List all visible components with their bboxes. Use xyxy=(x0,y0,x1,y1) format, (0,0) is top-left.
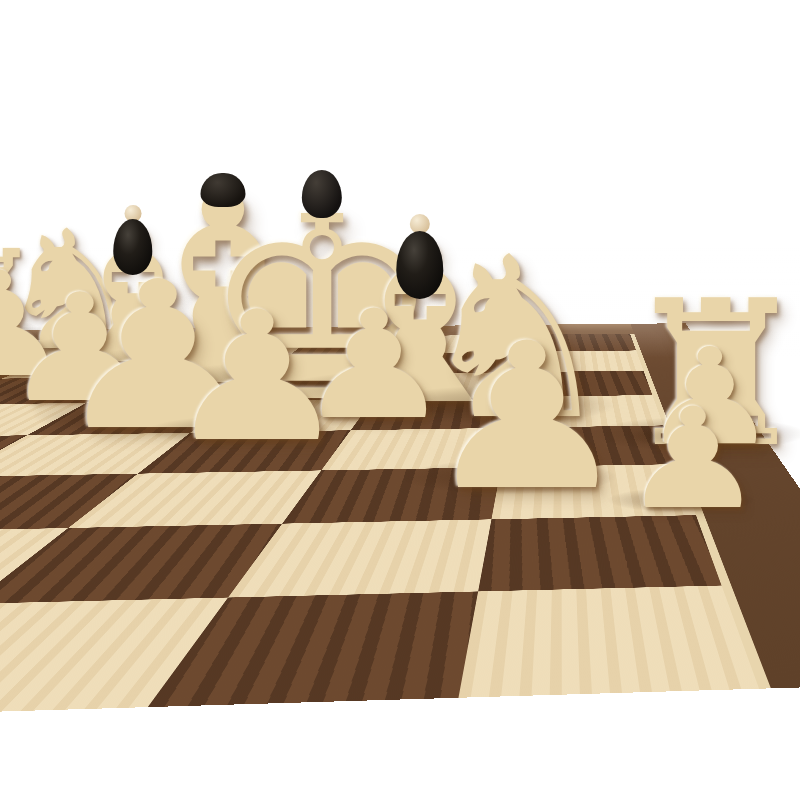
chess-set-photo: ♜♞♝♟♝♚♟♝♞♟♟♟♜♟♟♟ xyxy=(0,0,800,800)
pawn-glyph: ♟ xyxy=(621,390,766,529)
black-cap-finial xyxy=(200,173,245,207)
pawn-glyph: ♟ xyxy=(164,288,350,467)
pieces-layer: ♜♞♝♟♝♚♟♝♞♟♟♟♜♟♟♟ xyxy=(0,0,800,800)
pawn-glyph: ♟ xyxy=(422,316,632,518)
